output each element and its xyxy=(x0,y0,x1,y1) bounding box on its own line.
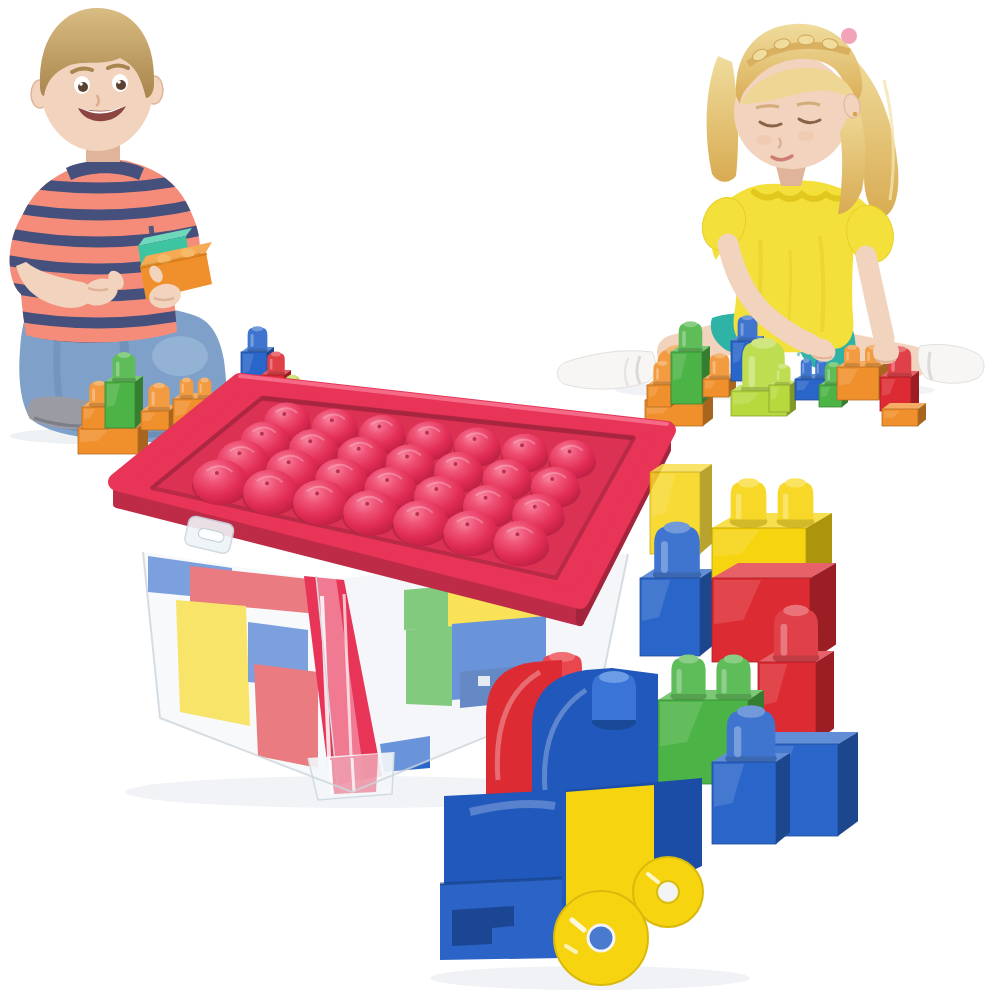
pink-hair-tie xyxy=(841,28,857,44)
train-wheel-front xyxy=(554,891,648,985)
scene xyxy=(0,0,1000,1000)
jeans-knee-highlight xyxy=(152,336,208,376)
blush xyxy=(756,135,772,145)
product-photo xyxy=(0,0,1000,1000)
earring xyxy=(853,112,857,116)
braid-bump xyxy=(798,35,814,45)
box-foot xyxy=(308,752,394,800)
blush xyxy=(798,131,814,141)
brick-orange xyxy=(882,403,926,426)
girl-pigtail-left xyxy=(707,56,738,182)
girl-arm-right xyxy=(866,256,884,338)
